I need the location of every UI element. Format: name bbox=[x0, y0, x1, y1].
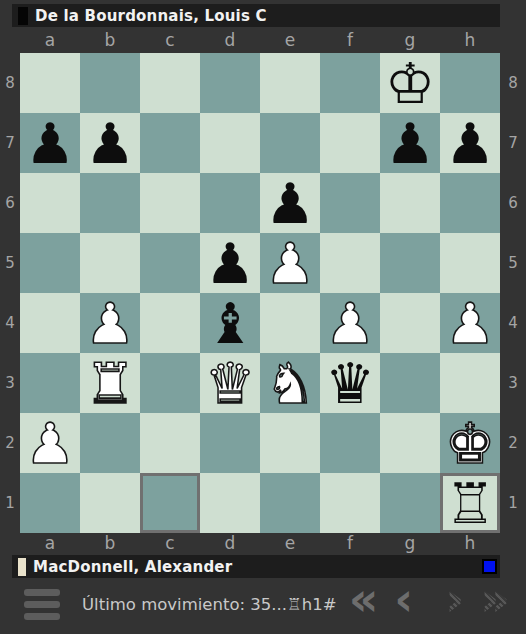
square-g7[interactable]: ♟ bbox=[380, 113, 440, 173]
file-label-e: e bbox=[260, 533, 320, 555]
black-queen[interactable]: ♛ bbox=[320, 353, 380, 413]
square-a8[interactable] bbox=[20, 53, 80, 113]
square-d7[interactable] bbox=[200, 113, 260, 173]
square-h1[interactable]: ♖ bbox=[440, 473, 500, 533]
file-label-a: a bbox=[20, 27, 80, 53]
file-labels-bottom: abcdefgh bbox=[20, 533, 500, 555]
white-queen[interactable]: ♛ bbox=[200, 353, 260, 413]
rank-labels-right: 87654321 bbox=[500, 53, 526, 533]
black-pawn[interactable]: ♟ bbox=[440, 113, 500, 173]
square-f3[interactable]: ♛ bbox=[320, 353, 380, 413]
file-label-c: c bbox=[140, 27, 200, 53]
square-b2[interactable] bbox=[80, 413, 140, 473]
prev-move-button[interactable]: ‹ bbox=[394, 579, 413, 619]
white-king[interactable]: ♚ bbox=[440, 413, 500, 473]
rank-labels-left: 87654321 bbox=[0, 53, 20, 533]
bottom-player-bar: MacDonnell, Alexander bbox=[12, 555, 500, 578]
square-d8[interactable] bbox=[200, 53, 260, 113]
file-label-f: f bbox=[320, 27, 380, 53]
file-label-c: c bbox=[140, 533, 200, 555]
top-player-bar: De la Bourdonnais, Louis C bbox=[12, 4, 500, 27]
rank-label-2: 2 bbox=[500, 413, 526, 473]
square-g2[interactable] bbox=[380, 413, 440, 473]
square-d6[interactable] bbox=[200, 173, 260, 233]
square-f5[interactable] bbox=[320, 233, 380, 293]
square-f2[interactable] bbox=[320, 413, 380, 473]
file-label-a: a bbox=[20, 533, 80, 555]
square-a7[interactable]: ♟ bbox=[20, 113, 80, 173]
square-g6[interactable] bbox=[380, 173, 440, 233]
rank-label-6: 6 bbox=[500, 173, 526, 233]
chess-board[interactable]: ♔♟♟♟♟♟♟♟♟♝♟♟♜♛♞♛♟♚♖ bbox=[20, 53, 500, 533]
file-label-b: b bbox=[80, 27, 140, 53]
square-h4[interactable]: ♟ bbox=[440, 293, 500, 353]
bottom-player-name: MacDonnell, Alexander bbox=[33, 558, 232, 576]
square-b4[interactable]: ♟ bbox=[80, 293, 140, 353]
square-e4[interactable] bbox=[260, 293, 320, 353]
square-d1[interactable] bbox=[200, 473, 260, 533]
square-e7[interactable] bbox=[260, 113, 320, 173]
white-pawn[interactable]: ♟ bbox=[320, 293, 380, 353]
rank-label-3: 3 bbox=[0, 353, 20, 413]
rank-label-4: 4 bbox=[0, 293, 20, 353]
square-f4[interactable]: ♟ bbox=[320, 293, 380, 353]
square-a6[interactable] bbox=[20, 173, 80, 233]
square-h7[interactable]: ♟ bbox=[440, 113, 500, 173]
board-area: 87654321 ♔♟♟♟♟♟♟♟♟♝♟♟♜♛♞♛♟♚♖ 87654321 bbox=[0, 53, 526, 533]
square-a3[interactable] bbox=[20, 353, 80, 413]
black-pawn[interactable]: ♟ bbox=[20, 113, 80, 173]
black-pawn[interactable]: ♟ bbox=[260, 173, 320, 233]
square-f6[interactable] bbox=[320, 173, 380, 233]
black-bishop[interactable]: ♝ bbox=[200, 293, 260, 353]
file-label-e: e bbox=[260, 27, 320, 53]
next-move-button[interactable]: › bbox=[445, 579, 464, 619]
rank-label-8: 8 bbox=[500, 53, 526, 113]
last-move-button[interactable]: » bbox=[480, 579, 510, 619]
controls-bar: Último movimiento: 35...♖h1# «‹›» bbox=[0, 578, 526, 630]
square-a2[interactable]: ♟ bbox=[20, 413, 80, 473]
square-c3[interactable] bbox=[140, 353, 200, 413]
square-h2[interactable]: ♚ bbox=[440, 413, 500, 473]
file-label-h: h bbox=[440, 533, 500, 555]
file-label-g: g bbox=[380, 27, 440, 53]
white-pawn[interactable]: ♟ bbox=[440, 293, 500, 353]
black-pawn[interactable]: ♟ bbox=[80, 113, 140, 173]
file-label-g: g bbox=[380, 533, 440, 555]
square-c4[interactable] bbox=[140, 293, 200, 353]
square-a5[interactable] bbox=[20, 233, 80, 293]
square-e8[interactable] bbox=[260, 53, 320, 113]
square-a4[interactable] bbox=[20, 293, 80, 353]
white-pawn[interactable]: ♟ bbox=[260, 233, 320, 293]
square-c5[interactable] bbox=[140, 233, 200, 293]
square-c7[interactable] bbox=[140, 113, 200, 173]
white-pawn[interactable]: ♟ bbox=[80, 293, 140, 353]
square-h3[interactable] bbox=[440, 353, 500, 413]
white-rook[interactable]: ♜ bbox=[80, 353, 140, 413]
square-c2[interactable] bbox=[140, 413, 200, 473]
square-d2[interactable] bbox=[200, 413, 260, 473]
square-b6[interactable] bbox=[80, 173, 140, 233]
rank-label-2: 2 bbox=[0, 413, 20, 473]
rank-label-7: 7 bbox=[500, 113, 526, 173]
square-b3[interactable]: ♜ bbox=[80, 353, 140, 413]
chess-app: De la Bourdonnais, Louis C abcdefgh 8765… bbox=[0, 4, 526, 630]
square-f8[interactable] bbox=[320, 53, 380, 113]
rank-label-3: 3 bbox=[500, 353, 526, 413]
rank-label-4: 4 bbox=[500, 293, 526, 353]
square-e6[interactable]: ♟ bbox=[260, 173, 320, 233]
square-b7[interactable]: ♟ bbox=[80, 113, 140, 173]
square-b5[interactable] bbox=[80, 233, 140, 293]
file-label-h: h bbox=[440, 27, 500, 53]
square-c6[interactable] bbox=[140, 173, 200, 233]
square-g5[interactable] bbox=[380, 233, 440, 293]
rank-label-8: 8 bbox=[0, 53, 20, 113]
white-color-indicator bbox=[18, 558, 26, 576]
rank-label-5: 5 bbox=[500, 233, 526, 293]
white-knight[interactable]: ♞ bbox=[260, 353, 320, 413]
rank-label-1: 1 bbox=[500, 473, 526, 533]
rank-label-1: 1 bbox=[0, 473, 20, 533]
rank-label-6: 6 bbox=[0, 173, 20, 233]
square-d5[interactable]: ♟ bbox=[200, 233, 260, 293]
square-b8[interactable] bbox=[80, 53, 140, 113]
square-e3[interactable]: ♞ bbox=[260, 353, 320, 413]
black-pawn[interactable]: ♟ bbox=[200, 233, 260, 293]
file-label-f: f bbox=[320, 533, 380, 555]
square-f7[interactable] bbox=[320, 113, 380, 173]
square-g1[interactable] bbox=[380, 473, 440, 533]
square-h5[interactable] bbox=[440, 233, 500, 293]
square-h6[interactable] bbox=[440, 173, 500, 233]
file-label-d: d bbox=[200, 533, 260, 555]
square-g8[interactable]: ♔ bbox=[380, 53, 440, 113]
square-a1[interactable] bbox=[20, 473, 80, 533]
file-label-b: b bbox=[80, 533, 140, 555]
nav-buttons: «‹›» bbox=[349, 584, 510, 624]
rank-label-5: 5 bbox=[0, 233, 20, 293]
top-player-name: De la Bourdonnais, Louis C bbox=[35, 7, 267, 25]
square-h8[interactable] bbox=[440, 53, 500, 113]
menu-icon[interactable] bbox=[24, 589, 60, 620]
black-king[interactable]: ♔ bbox=[380, 53, 440, 113]
file-label-d: d bbox=[200, 27, 260, 53]
square-g3[interactable] bbox=[380, 353, 440, 413]
black-pawn[interactable]: ♟ bbox=[380, 113, 440, 173]
square-e2[interactable] bbox=[260, 413, 320, 473]
white-pawn[interactable]: ♟ bbox=[20, 413, 80, 473]
square-e5[interactable]: ♟ bbox=[260, 233, 320, 293]
square-d3[interactable]: ♛ bbox=[200, 353, 260, 413]
square-e1[interactable] bbox=[260, 473, 320, 533]
square-c8[interactable] bbox=[140, 53, 200, 113]
last-move-label: Último movimiento: 35...♖h1# bbox=[82, 595, 337, 614]
black-rook[interactable]: ♖ bbox=[440, 473, 500, 533]
first-move-button[interactable]: « bbox=[349, 579, 379, 619]
square-c1[interactable] bbox=[140, 473, 200, 533]
square-b1[interactable] bbox=[80, 473, 140, 533]
square-d4[interactable]: ♝ bbox=[200, 293, 260, 353]
square-f1[interactable] bbox=[320, 473, 380, 533]
rank-label-7: 7 bbox=[0, 113, 20, 173]
square-g4[interactable] bbox=[380, 293, 440, 353]
black-color-indicator bbox=[18, 7, 28, 25]
file-labels-top: abcdefgh bbox=[20, 27, 500, 53]
